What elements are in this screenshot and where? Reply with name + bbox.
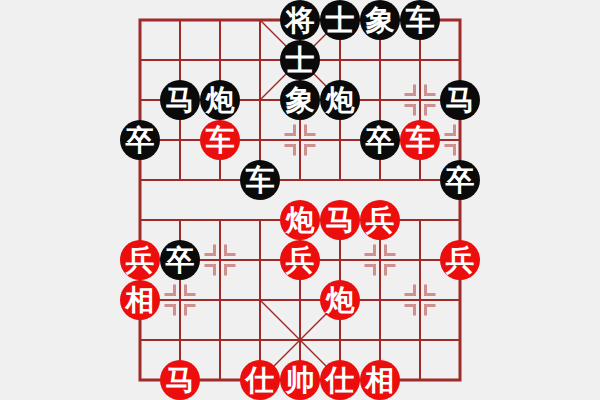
piece-red-general[interactable]: 帅 bbox=[280, 360, 320, 400]
piece-black-horse[interactable]: 马 bbox=[160, 80, 200, 120]
piece-red-pawn[interactable]: 兵 bbox=[360, 200, 400, 240]
piece-black-chariot[interactable]: 车 bbox=[240, 160, 280, 200]
piece-black-pawn[interactable]: 卒 bbox=[160, 240, 200, 280]
piece-black-advisor[interactable]: 士 bbox=[280, 40, 320, 80]
piece-black-pawn[interactable]: 卒 bbox=[120, 120, 160, 160]
piece-red-elephant[interactable]: 相 bbox=[120, 280, 160, 320]
piece-red-chariot[interactable]: 车 bbox=[400, 120, 440, 160]
piece-black-cannon[interactable]: 炮 bbox=[200, 80, 240, 120]
piece-black-general[interactable]: 将 bbox=[280, 0, 320, 40]
piece-red-cannon[interactable]: 炮 bbox=[320, 280, 360, 320]
piece-black-pawn[interactable]: 卒 bbox=[440, 160, 480, 200]
piece-red-elephant[interactable]: 相 bbox=[360, 360, 400, 400]
piece-red-horse[interactable]: 马 bbox=[320, 200, 360, 240]
piece-red-horse[interactable]: 马 bbox=[160, 360, 200, 400]
piece-red-chariot[interactable]: 车 bbox=[200, 120, 240, 160]
xiangqi-board[interactable]: 将士象车士马炮象炮马卒卒车卒卒车车炮马兵兵兵兵相炮马仕帅仕相 bbox=[120, 0, 480, 400]
xiangqi-app-background: 将士象车士马炮象炮马卒卒车卒卒车车炮马兵兵兵兵相炮马仕帅仕相 bbox=[0, 0, 600, 400]
piece-black-advisor[interactable]: 士 bbox=[320, 0, 360, 40]
piece-red-advisor[interactable]: 仕 bbox=[240, 360, 280, 400]
piece-black-pawn[interactable]: 卒 bbox=[360, 120, 400, 160]
piece-black-horse[interactable]: 马 bbox=[440, 80, 480, 120]
piece-black-cannon[interactable]: 炮 bbox=[320, 80, 360, 120]
piece-red-pawn[interactable]: 兵 bbox=[280, 240, 320, 280]
piece-black-elephant[interactable]: 象 bbox=[280, 80, 320, 120]
piece-red-pawn[interactable]: 兵 bbox=[120, 240, 160, 280]
piece-red-advisor[interactable]: 仕 bbox=[320, 360, 360, 400]
piece-red-pawn[interactable]: 兵 bbox=[440, 240, 480, 280]
piece-black-elephant[interactable]: 象 bbox=[360, 0, 400, 40]
piece-red-cannon[interactable]: 炮 bbox=[280, 200, 320, 240]
piece-black-chariot[interactable]: 车 bbox=[400, 0, 440, 40]
